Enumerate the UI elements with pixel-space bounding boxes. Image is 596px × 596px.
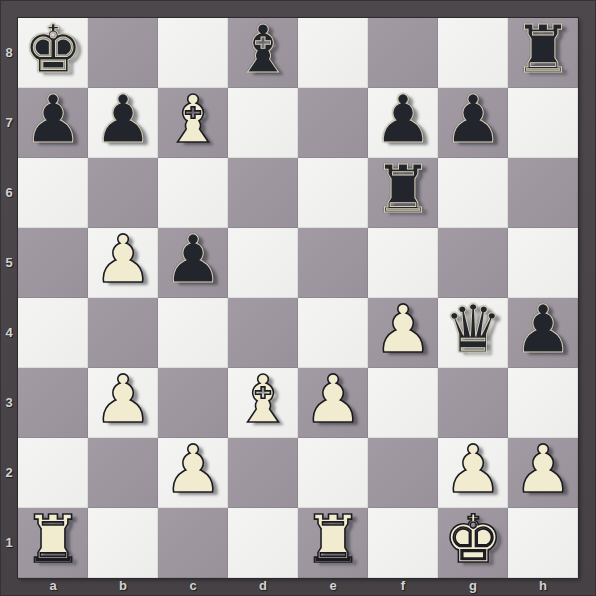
square-g3[interactable]	[438, 368, 508, 438]
rank-label-8: 8	[0, 18, 18, 88]
square-c6[interactable]	[158, 158, 228, 228]
piece-black-pawn[interactable]: ♟	[373, 85, 432, 155]
square-b4[interactable]	[88, 298, 158, 368]
piece-black-rook[interactable]: ♜	[373, 155, 432, 225]
file-label-c: c	[158, 578, 228, 596]
square-b5[interactable]: ♟	[88, 228, 158, 298]
square-b2[interactable]	[88, 438, 158, 508]
square-a1[interactable]: ♜	[18, 508, 88, 578]
chess-board: ♚♝♜♟♟♝♟♟♜♟♟♟♛♟♟♝♟♟♟♟♜♜♚	[18, 18, 578, 578]
square-a7[interactable]: ♟	[18, 88, 88, 158]
square-b3[interactable]: ♟	[88, 368, 158, 438]
square-h4[interactable]: ♟	[508, 298, 578, 368]
square-e8[interactable]	[298, 18, 368, 88]
square-e5[interactable]	[298, 228, 368, 298]
square-f8[interactable]	[368, 18, 438, 88]
rank-label-3: 3	[0, 368, 18, 438]
square-a4[interactable]	[18, 298, 88, 368]
file-label-d: d	[228, 578, 298, 596]
piece-black-pawn[interactable]: ♟	[93, 85, 152, 155]
square-d7[interactable]	[228, 88, 298, 158]
square-g4[interactable]: ♛	[438, 298, 508, 368]
rank-label-7: 7	[0, 88, 18, 158]
piece-black-rook[interactable]: ♜	[513, 15, 572, 85]
square-b7[interactable]: ♟	[88, 88, 158, 158]
square-a6[interactable]	[18, 158, 88, 228]
piece-black-pawn[interactable]: ♟	[443, 85, 502, 155]
piece-white-pawn[interactable]: ♟	[303, 365, 362, 435]
square-g2[interactable]: ♟	[438, 438, 508, 508]
square-e3[interactable]: ♟	[298, 368, 368, 438]
square-h5[interactable]	[508, 228, 578, 298]
square-b8[interactable]	[88, 18, 158, 88]
square-c1[interactable]	[158, 508, 228, 578]
square-d8[interactable]: ♝	[228, 18, 298, 88]
piece-white-pawn[interactable]: ♟	[93, 225, 152, 295]
piece-white-pawn[interactable]: ♟	[163, 435, 222, 505]
square-d2[interactable]	[228, 438, 298, 508]
file-label-e: e	[298, 578, 368, 596]
file-label-h: h	[508, 578, 578, 596]
square-d5[interactable]	[228, 228, 298, 298]
square-b6[interactable]	[88, 158, 158, 228]
square-c4[interactable]	[158, 298, 228, 368]
square-f5[interactable]	[368, 228, 438, 298]
square-e7[interactable]	[298, 88, 368, 158]
square-e6[interactable]	[298, 158, 368, 228]
square-g5[interactable]	[438, 228, 508, 298]
chess-board-frame: ♚♝♜♟♟♝♟♟♜♟♟♟♛♟♟♝♟♟♟♟♜♜♚ 87654321 abcdefg…	[0, 0, 596, 596]
piece-white-pawn[interactable]: ♟	[443, 435, 502, 505]
square-d1[interactable]	[228, 508, 298, 578]
piece-white-pawn[interactable]: ♟	[513, 435, 572, 505]
piece-black-bishop[interactable]: ♝	[233, 15, 292, 85]
square-c3[interactable]	[158, 368, 228, 438]
square-d6[interactable]	[228, 158, 298, 228]
square-g1[interactable]: ♚	[438, 508, 508, 578]
piece-white-pawn[interactable]: ♟	[373, 295, 432, 365]
square-a5[interactable]	[18, 228, 88, 298]
square-f3[interactable]	[368, 368, 438, 438]
square-d3[interactable]: ♝	[228, 368, 298, 438]
piece-black-pawn[interactable]: ♟	[163, 225, 222, 295]
square-h1[interactable]	[508, 508, 578, 578]
square-c2[interactable]: ♟	[158, 438, 228, 508]
square-f1[interactable]	[368, 508, 438, 578]
square-c8[interactable]	[158, 18, 228, 88]
file-label-f: f	[368, 578, 438, 596]
square-e4[interactable]	[298, 298, 368, 368]
rank-label-2: 2	[0, 438, 18, 508]
square-f4[interactable]: ♟	[368, 298, 438, 368]
square-c7[interactable]: ♝	[158, 88, 228, 158]
file-label-a: a	[18, 578, 88, 596]
piece-white-bishop[interactable]: ♝	[233, 365, 292, 435]
square-b1[interactable]	[88, 508, 158, 578]
square-h6[interactable]	[508, 158, 578, 228]
square-g7[interactable]: ♟	[438, 88, 508, 158]
piece-white-rook[interactable]: ♜	[23, 505, 82, 575]
square-f6[interactable]: ♜	[368, 158, 438, 228]
piece-black-queen[interactable]: ♛	[443, 295, 502, 365]
file-label-b: b	[88, 578, 158, 596]
square-h2[interactable]: ♟	[508, 438, 578, 508]
file-label-g: g	[438, 578, 508, 596]
square-h7[interactable]	[508, 88, 578, 158]
piece-white-pawn[interactable]: ♟	[93, 365, 152, 435]
square-h8[interactable]: ♜	[508, 18, 578, 88]
piece-white-bishop[interactable]: ♝	[163, 85, 222, 155]
square-e2[interactable]	[298, 438, 368, 508]
rank-label-4: 4	[0, 298, 18, 368]
square-g8[interactable]	[438, 18, 508, 88]
square-f2[interactable]	[368, 438, 438, 508]
square-a8[interactable]: ♚	[18, 18, 88, 88]
square-a2[interactable]	[18, 438, 88, 508]
square-g6[interactable]	[438, 158, 508, 228]
square-d4[interactable]	[228, 298, 298, 368]
piece-black-pawn[interactable]: ♟	[23, 85, 82, 155]
piece-black-king[interactable]: ♚	[23, 15, 82, 85]
square-f7[interactable]: ♟	[368, 88, 438, 158]
square-h3[interactable]	[508, 368, 578, 438]
rank-label-6: 6	[0, 158, 18, 228]
square-a3[interactable]	[18, 368, 88, 438]
piece-black-pawn[interactable]: ♟	[513, 295, 572, 365]
square-c5[interactable]: ♟	[158, 228, 228, 298]
piece-white-king[interactable]: ♚	[443, 505, 502, 575]
rank-label-1: 1	[0, 508, 18, 578]
rank-label-5: 5	[0, 228, 18, 298]
square-e1[interactable]: ♜	[298, 508, 368, 578]
piece-white-rook[interactable]: ♜	[303, 505, 362, 575]
